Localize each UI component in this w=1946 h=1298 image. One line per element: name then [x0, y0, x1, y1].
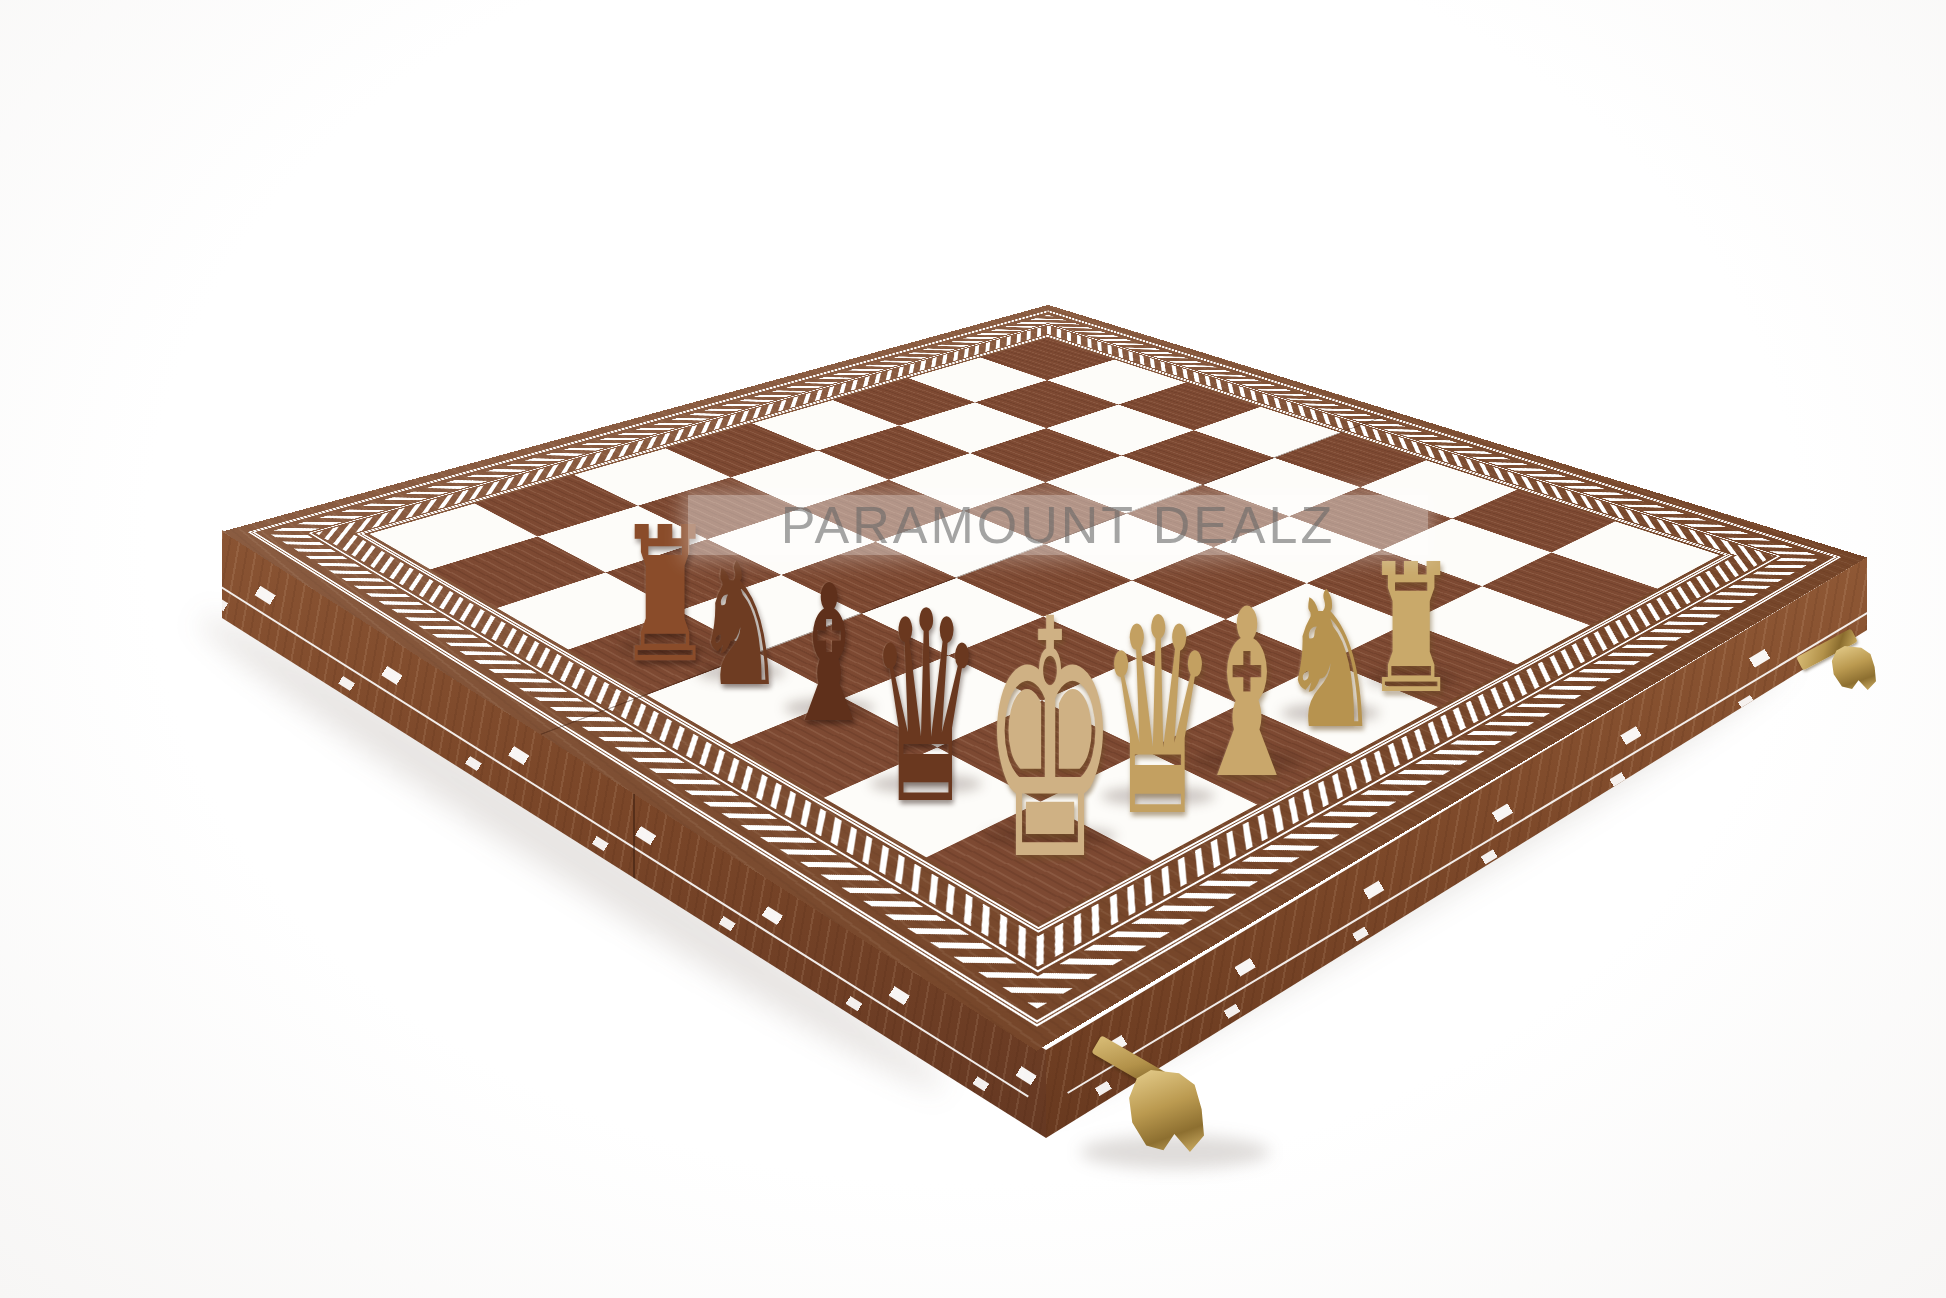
watermark-text: PARAMOUNT DEALZ [781, 495, 1336, 555]
piece-dark-queen[interactable]: ♛ [869, 577, 983, 841]
piece-dark-knight[interactable]: ♞ [695, 541, 786, 710]
piece-light-king[interactable]: ♚ [982, 577, 1118, 906]
piece-dark-bishop[interactable]: ♝ [782, 561, 875, 750]
watermark-band: PARAMOUNT DEALZ [688, 495, 1428, 555]
product-photo-stage: ♜♞♜♝♞♝♛♛♚ PARAMOUNT DEALZ [0, 0, 1946, 1298]
pieces-layer: ♜♞♜♝♞♝♛♛♚ [0, 0, 1946, 1298]
